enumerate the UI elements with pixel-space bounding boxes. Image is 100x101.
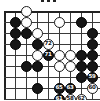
black-stone-63: 63 (65, 83, 76, 94)
black-stone (87, 61, 98, 72)
white-stone (54, 50, 65, 61)
black-stone (76, 50, 87, 61)
black-stone (76, 61, 87, 72)
black-stone (76, 17, 87, 28)
white-stone (21, 6, 32, 17)
white-stone (21, 17, 32, 28)
white-stone (65, 50, 76, 61)
board-top-edge-line (4, 11, 100, 13)
black-stone (87, 39, 98, 50)
white-stone (54, 17, 65, 28)
clipped-caption-mark (53, 0, 56, 2)
black-stone (10, 28, 21, 39)
go-board[interactable]: 727159656360615862 (0, 0, 100, 100)
white-stone (54, 61, 65, 72)
white-stone-58: 58 (65, 94, 76, 101)
black-stone (32, 61, 43, 72)
black-stone (87, 50, 98, 61)
grid-line-horizontal (4, 88, 100, 89)
black-stone-65: 65 (54, 83, 65, 94)
black-stone (10, 39, 21, 50)
black-stone (21, 28, 32, 39)
black-stone-71: 71 (43, 50, 54, 61)
white-stone-60: 60 (87, 83, 98, 94)
black-stone (76, 72, 87, 83)
white-stone-72: 72 (43, 39, 54, 50)
black-stone-59: 59 (87, 72, 98, 83)
white-stone (65, 61, 76, 72)
black-stone (32, 39, 43, 50)
clipped-caption-mark (47, 0, 50, 2)
white-stone-62: 62 (76, 94, 87, 101)
black-stone (21, 61, 32, 72)
black-stone-61: 61 (54, 94, 65, 101)
white-stone (32, 50, 43, 61)
black-stone (87, 28, 98, 39)
white-stone (32, 28, 43, 39)
black-stone (32, 83, 43, 94)
black-stone (10, 17, 21, 28)
clipped-caption-mark (41, 0, 44, 2)
